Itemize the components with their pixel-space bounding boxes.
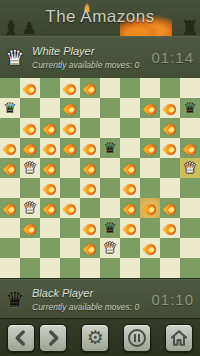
board-cell[interactable] (40, 258, 60, 278)
board-cell[interactable] (80, 138, 100, 158)
board-cell[interactable] (40, 238, 60, 258)
board-cell[interactable] (120, 158, 140, 178)
fire-arrow-icon (162, 141, 178, 157)
board-cell[interactable]: ♛ (100, 218, 120, 238)
fire-arrow-icon (122, 201, 138, 217)
board-cell[interactable] (180, 78, 200, 98)
board-cell[interactable] (60, 158, 80, 178)
fire-arrow-icon (62, 201, 78, 217)
board-cell[interactable] (140, 238, 160, 258)
fire-arrow-icon (62, 81, 78, 97)
board-cell[interactable] (0, 78, 20, 98)
black-player-texts: Black Player Currently available moves: … (30, 287, 151, 312)
board-cell[interactable] (120, 78, 140, 98)
board-cell[interactable] (40, 98, 60, 118)
board-cell[interactable]: ♛ (180, 98, 200, 118)
black-amazon-piece: ♛ (103, 140, 116, 155)
board-cell[interactable] (160, 198, 180, 218)
board-cell[interactable] (80, 258, 100, 278)
board-cell[interactable] (0, 178, 20, 198)
fire-arrow-icon (42, 141, 58, 157)
board-cell[interactable] (160, 158, 180, 178)
fire-arrow-icon (82, 141, 98, 157)
board-cell[interactable]: ♛ (100, 238, 120, 258)
board-cell[interactable] (80, 158, 100, 178)
board-cell[interactable] (140, 118, 160, 138)
board-cell[interactable] (100, 198, 120, 218)
board-cell[interactable] (100, 178, 120, 198)
fire-arrow-icon (22, 221, 38, 237)
fire-arrow-icon (42, 121, 58, 137)
board-cell[interactable] (0, 258, 20, 278)
board-cell[interactable] (0, 198, 20, 218)
board-cell[interactable] (140, 258, 160, 278)
board-cell[interactable] (100, 78, 120, 98)
fire-arrow-icon (82, 181, 98, 197)
board-cell[interactable] (120, 178, 140, 198)
board-cell[interactable] (120, 98, 140, 118)
board-cell[interactable] (140, 218, 160, 238)
board-cell[interactable]: ♛ (100, 138, 120, 158)
undo-back-button[interactable] (7, 324, 35, 352)
board-cell[interactable] (0, 218, 20, 238)
board-cell[interactable] (60, 258, 80, 278)
gear-icon: ⚙ (87, 328, 104, 347)
board-cell[interactable] (120, 118, 140, 138)
fire-arrow-icon (62, 121, 78, 137)
fire-arrow-icon (142, 201, 158, 217)
fire-arrow-icon (162, 101, 178, 117)
board-cell[interactable] (120, 238, 140, 258)
board-cell[interactable] (80, 178, 100, 198)
title-bar: ♝ ♟ ♜ The Amazons (0, 0, 200, 37)
fire-arrow-icon (122, 161, 138, 177)
fire-arrow-icon (122, 221, 138, 237)
board-cell[interactable] (80, 78, 100, 98)
board-cell[interactable] (180, 198, 200, 218)
board-cell[interactable] (80, 238, 100, 258)
fire-arrow-icon (122, 181, 138, 197)
chevron-right-icon (44, 329, 62, 347)
board-cell[interactable] (140, 198, 160, 218)
board-cell[interactable]: ♛ (20, 198, 40, 218)
settings-button[interactable]: ⚙ (81, 324, 109, 352)
board-cell[interactable] (180, 138, 200, 158)
board-cell[interactable] (20, 78, 40, 98)
board-cell[interactable] (60, 138, 80, 158)
board-cell[interactable] (40, 178, 60, 198)
board-cell[interactable] (20, 138, 40, 158)
fire-arrow-icon (82, 81, 98, 97)
white-player-name: White Player (32, 45, 151, 57)
board-cell[interactable] (20, 258, 40, 278)
fire-arrow-icon (182, 141, 198, 157)
app-title: The Amazons (0, 7, 200, 27)
white-player-panel: ♛ White Player Currently available moves… (0, 36, 200, 79)
board-cell[interactable]: ♛ (0, 98, 20, 118)
bottom-toolbar: 19 ⚙ (0, 318, 200, 356)
board-cell[interactable] (180, 218, 200, 238)
board-cell[interactable] (40, 158, 60, 178)
fire-arrow-icon (42, 201, 58, 217)
board-cell[interactable] (100, 98, 120, 118)
board-cell[interactable] (40, 198, 60, 218)
board-cell[interactable] (80, 218, 100, 238)
fire-arrow-icon (22, 121, 38, 137)
board-cell[interactable] (140, 178, 160, 198)
board-cell[interactable] (60, 118, 80, 138)
black-queen-icon: ♛ (0, 289, 30, 310)
board-cell[interactable] (160, 78, 180, 98)
fire-arrow-icon (82, 161, 98, 177)
board-cell[interactable] (180, 178, 200, 198)
board-cell[interactable] (120, 218, 140, 238)
fire-arrow-icon (62, 141, 78, 157)
board-cell[interactable] (100, 158, 120, 178)
redo-forward-button[interactable] (39, 324, 67, 352)
fire-arrow-icon (142, 101, 158, 117)
board-cell[interactable] (160, 258, 180, 278)
board-cell[interactable] (120, 198, 140, 218)
fire-arrow-icon (82, 241, 98, 257)
white-amazon-piece: ♛ (23, 160, 36, 175)
board-cell[interactable] (80, 98, 100, 118)
board-cell[interactable] (60, 98, 80, 118)
fire-arrow-icon (162, 201, 178, 217)
fire-arrow-icon (22, 141, 38, 157)
black-player-name: Black Player (32, 287, 151, 299)
board-cell[interactable] (140, 138, 160, 158)
board-cell[interactable] (160, 138, 180, 158)
board-cell[interactable] (20, 238, 40, 258)
board-cell[interactable] (180, 238, 200, 258)
board-cell[interactable] (20, 118, 40, 138)
board-cell[interactable] (140, 98, 160, 118)
board-cell[interactable] (180, 118, 200, 138)
board-cell[interactable] (60, 198, 80, 218)
fire-arrow-icon (82, 221, 98, 237)
pause-button[interactable] (123, 324, 151, 352)
board-cell[interactable] (180, 258, 200, 278)
board-cell[interactable] (0, 158, 20, 178)
white-queen-icon: ♛ (0, 47, 30, 68)
board: ♛♛♛♛♛♛♛♛ (0, 78, 200, 278)
fire-arrow-icon (142, 241, 158, 257)
board-cell[interactable] (0, 138, 20, 158)
white-player-texts: White Player Currently available moves: … (30, 45, 151, 70)
board-cell[interactable] (120, 258, 140, 278)
board-cell[interactable] (0, 118, 20, 138)
fire-arrow-icon (162, 121, 178, 137)
board-cell[interactable] (40, 218, 60, 238)
white-amazon-piece: ♛ (23, 200, 36, 215)
white-player-available-moves: Currently available moves: 0 (32, 60, 151, 70)
white-amazon-piece: ♛ (103, 240, 116, 255)
board-cell[interactable] (60, 178, 80, 198)
black-amazon-piece: ♛ (3, 100, 16, 115)
board-cell[interactable] (0, 238, 20, 258)
board-cell[interactable] (160, 178, 180, 198)
board-cell[interactable] (140, 78, 160, 98)
board-cell[interactable] (160, 238, 180, 258)
board-cell[interactable] (160, 118, 180, 138)
fire-arrow-icon (62, 101, 78, 117)
board-cell[interactable] (60, 218, 80, 238)
board-cell[interactable] (100, 258, 120, 278)
board-cell[interactable] (80, 118, 100, 138)
black-amazon-piece: ♛ (183, 100, 196, 115)
fire-arrow-icon (162, 221, 178, 237)
board-cell[interactable] (160, 98, 180, 118)
board-cell[interactable] (40, 138, 60, 158)
black-player-panel: ♛ Black Player Currently available moves… (0, 278, 200, 319)
fire-arrow-icon (2, 141, 18, 157)
home-button[interactable] (165, 324, 193, 352)
white-player-clock: 01:14 (151, 49, 200, 66)
board-cell[interactable] (20, 178, 40, 198)
fire-arrow-icon (42, 181, 58, 197)
board-cell[interactable]: ♛ (20, 158, 40, 178)
fire-arrow-icon (22, 81, 38, 97)
home-icon (169, 328, 189, 348)
fire-arrow-icon (2, 201, 18, 217)
black-amazon-piece: ♛ (103, 220, 116, 235)
board-cell[interactable]: ♛ (180, 158, 200, 178)
board-cell[interactable] (40, 78, 60, 98)
white-amazon-piece: ♛ (183, 160, 196, 175)
board-cell[interactable] (120, 138, 140, 158)
chevron-left-icon (12, 329, 30, 347)
pause-icon (128, 329, 146, 347)
board-cell[interactable] (20, 218, 40, 238)
fire-arrow-icon (2, 161, 18, 177)
board-cell[interactable] (140, 158, 160, 178)
fire-arrow-icon (142, 141, 158, 157)
black-player-available-moves: Currently available moves: 0 (32, 302, 151, 312)
board-cell[interactable] (60, 238, 80, 258)
black-player-clock: 01:10 (151, 291, 200, 308)
board-cell[interactable] (40, 118, 60, 138)
fire-arrow-icon (42, 161, 58, 177)
board-cell[interactable] (60, 78, 80, 98)
board-cell[interactable] (100, 118, 120, 138)
board-cell[interactable] (80, 198, 100, 218)
board-cell[interactable] (20, 98, 40, 118)
board-cell[interactable] (160, 218, 180, 238)
